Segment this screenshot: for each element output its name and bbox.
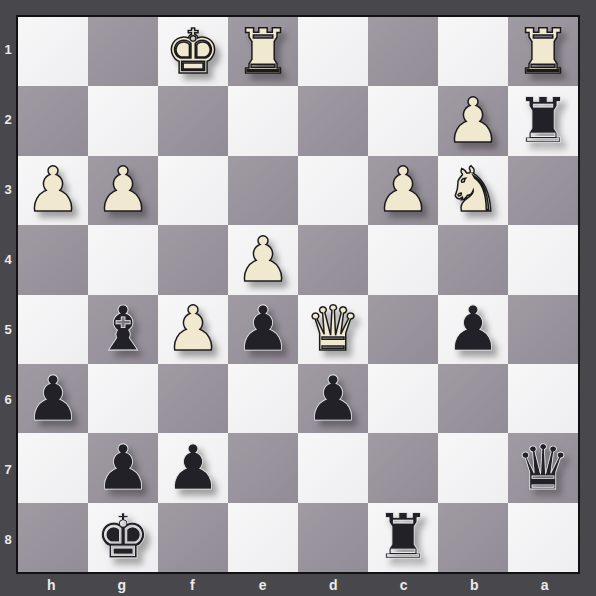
file-label-e: e [228, 577, 299, 593]
square-c2[interactable] [368, 86, 438, 155]
white-pawn-c3[interactable]: ♟ [375, 159, 431, 221]
file-label-f: f [157, 577, 228, 593]
white-queen-d5[interactable]: ♛ [305, 298, 361, 360]
white-rook-e1[interactable]: ♜ [235, 21, 291, 83]
file-label-d: d [298, 577, 369, 593]
square-f1[interactable]: ♚ [158, 17, 228, 86]
square-d1[interactable] [298, 17, 368, 86]
square-b1[interactable] [438, 17, 508, 86]
file-label-c: c [369, 577, 440, 593]
square-d5[interactable]: ♛ [298, 295, 368, 364]
square-b4[interactable] [438, 225, 508, 294]
file-label-a: a [510, 577, 581, 593]
square-c4[interactable] [368, 225, 438, 294]
white-pawn-e4[interactable]: ♟ [235, 229, 291, 291]
square-d3[interactable] [298, 156, 368, 225]
square-e7[interactable] [228, 433, 298, 502]
square-c8[interactable]: ♜ [368, 503, 438, 572]
black-king-g8[interactable]: ♚ [95, 506, 151, 568]
square-f2[interactable] [158, 86, 228, 155]
square-d2[interactable] [298, 86, 368, 155]
square-a3[interactable] [508, 156, 578, 225]
black-pawn-h6[interactable]: ♟ [25, 368, 81, 430]
rank-label-2: 2 [0, 85, 16, 155]
square-e3[interactable] [228, 156, 298, 225]
square-e5[interactable]: ♟ [228, 295, 298, 364]
square-a8[interactable] [508, 503, 578, 572]
rank-label-6: 6 [0, 364, 16, 434]
square-e1[interactable]: ♜ [228, 17, 298, 86]
square-c1[interactable] [368, 17, 438, 86]
square-h3[interactable]: ♟ [18, 156, 88, 225]
black-queen-a7[interactable]: ♛ [515, 437, 571, 499]
square-f6[interactable] [158, 364, 228, 433]
square-b2[interactable]: ♟ [438, 86, 508, 155]
black-pawn-e5[interactable]: ♟ [235, 298, 291, 360]
square-f8[interactable] [158, 503, 228, 572]
rank-label-3: 3 [0, 155, 16, 225]
square-a2[interactable]: ♜ [508, 86, 578, 155]
square-f4[interactable] [158, 225, 228, 294]
square-d4[interactable] [298, 225, 368, 294]
square-h1[interactable] [18, 17, 88, 86]
square-d7[interactable] [298, 433, 368, 502]
square-b6[interactable] [438, 364, 508, 433]
square-c3[interactable]: ♟ [368, 156, 438, 225]
file-label-h: h [16, 577, 87, 593]
square-g6[interactable] [88, 364, 158, 433]
square-b3[interactable]: ♞ [438, 156, 508, 225]
black-pawn-d6[interactable]: ♟ [305, 368, 361, 430]
white-pawn-b2[interactable]: ♟ [445, 90, 501, 152]
square-d6[interactable]: ♟ [298, 364, 368, 433]
white-pawn-f5[interactable]: ♟ [165, 298, 221, 360]
black-pawn-b5[interactable]: ♟ [445, 298, 501, 360]
square-h4[interactable] [18, 225, 88, 294]
chess-board: ♚♜♜♟♜♟♟♟♞♟♝♟♟♛♟♟♟♟♟♛♚♜ [16, 15, 580, 574]
square-a6[interactable] [508, 364, 578, 433]
black-rook-a2[interactable]: ♜ [515, 90, 571, 152]
black-bishop-g5[interactable]: ♝ [95, 298, 151, 360]
white-pawn-h3[interactable]: ♟ [25, 159, 81, 221]
black-rook-c8[interactable]: ♜ [375, 506, 431, 568]
square-d8[interactable] [298, 503, 368, 572]
rank-label-8: 8 [0, 504, 16, 574]
square-f3[interactable] [158, 156, 228, 225]
file-labels: hgfedcba [16, 575, 580, 595]
white-knight-b3[interactable]: ♞ [445, 159, 501, 221]
rank-label-1: 1 [0, 15, 16, 85]
white-rook-a1[interactable]: ♜ [515, 21, 571, 83]
rank-label-4: 4 [0, 225, 16, 295]
square-b8[interactable] [438, 503, 508, 572]
rank-label-5: 5 [0, 295, 16, 365]
square-g4[interactable] [88, 225, 158, 294]
square-a4[interactable] [508, 225, 578, 294]
square-c7[interactable] [368, 433, 438, 502]
square-c6[interactable] [368, 364, 438, 433]
square-f7[interactable]: ♟ [158, 433, 228, 502]
file-label-g: g [87, 577, 158, 593]
square-g1[interactable] [88, 17, 158, 86]
square-b5[interactable]: ♟ [438, 295, 508, 364]
black-pawn-g7[interactable]: ♟ [95, 437, 151, 499]
rank-label-7: 7 [0, 434, 16, 504]
square-a1[interactable]: ♜ [508, 17, 578, 86]
square-e6[interactable] [228, 364, 298, 433]
square-g2[interactable] [88, 86, 158, 155]
square-c5[interactable] [368, 295, 438, 364]
square-e2[interactable] [228, 86, 298, 155]
square-b7[interactable] [438, 433, 508, 502]
board-frame: 12345678 ♚♜♜♟♜♟♟♟♞♟♝♟♟♛♟♟♟♟♟♛♚♜ hgfedcba [0, 0, 596, 596]
file-label-b: b [439, 577, 510, 593]
square-g8[interactable]: ♚ [88, 503, 158, 572]
square-g5[interactable]: ♝ [88, 295, 158, 364]
square-h5[interactable] [18, 295, 88, 364]
white-king-f1[interactable]: ♚ [165, 21, 221, 83]
square-h7[interactable] [18, 433, 88, 502]
rank-labels: 12345678 [0, 15, 16, 574]
square-h8[interactable] [18, 503, 88, 572]
square-f5[interactable]: ♟ [158, 295, 228, 364]
square-e4[interactable]: ♟ [228, 225, 298, 294]
square-e8[interactable] [228, 503, 298, 572]
white-pawn-g3[interactable]: ♟ [95, 159, 151, 221]
square-g7[interactable]: ♟ [88, 433, 158, 502]
square-h6[interactable]: ♟ [18, 364, 88, 433]
black-pawn-f7[interactable]: ♟ [165, 437, 221, 499]
square-a7[interactable]: ♛ [508, 433, 578, 502]
square-g3[interactable]: ♟ [88, 156, 158, 225]
square-a5[interactable] [508, 295, 578, 364]
square-h2[interactable] [18, 86, 88, 155]
